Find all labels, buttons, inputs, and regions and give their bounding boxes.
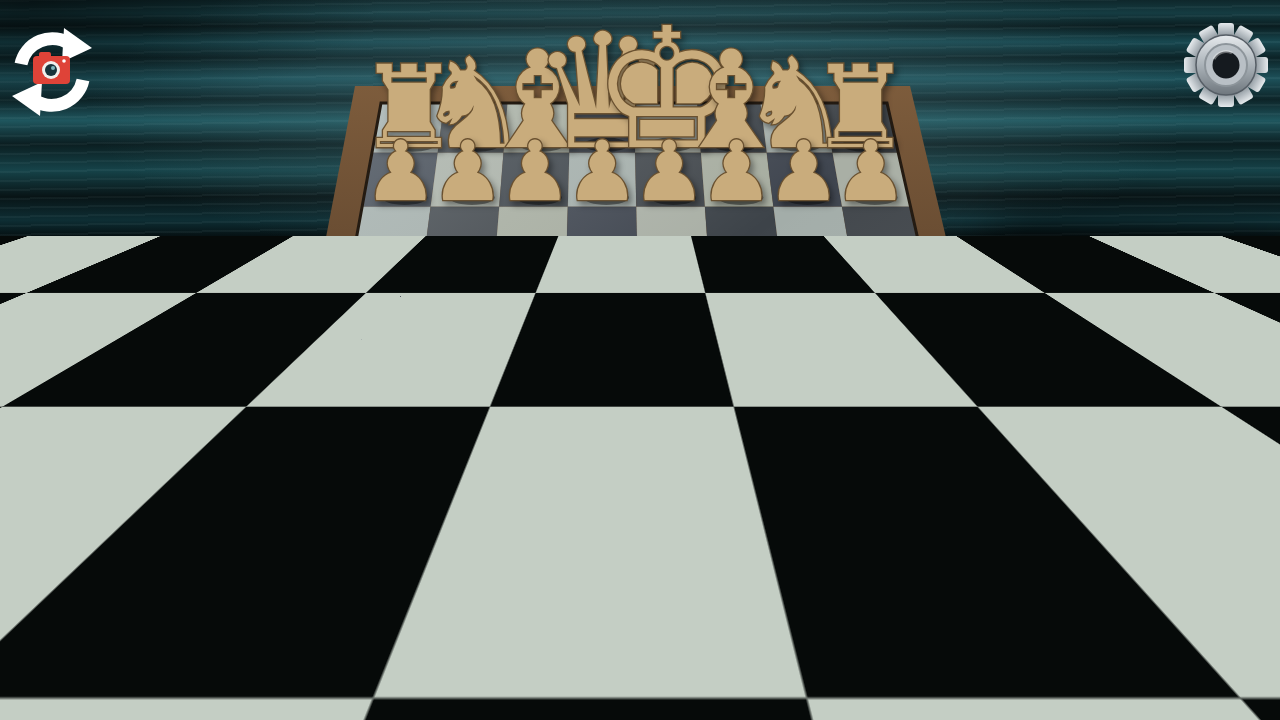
piece-black-pawn[interactable]: ♟ xyxy=(363,123,437,220)
settings-button[interactable] xyxy=(1183,22,1269,108)
piece-black-pawn[interactable]: ♟ xyxy=(431,123,505,220)
piece-white-bishop[interactable]: ♝ xyxy=(469,513,558,628)
piece-black-pawn[interactable]: ♟ xyxy=(498,123,572,220)
piece-black-pawn[interactable]: ♟ xyxy=(565,123,639,220)
piece-white-rook[interactable]: ♜ xyxy=(300,527,375,625)
piece-white-knight[interactable]: ♞ xyxy=(385,521,467,626)
board-frame-front xyxy=(247,650,1044,695)
piece-white-bishop[interactable]: ♝ xyxy=(732,513,821,628)
piece-black-pawn[interactable]: ♟ xyxy=(632,123,706,220)
piece-black-pawn[interactable]: ♟ xyxy=(766,123,840,220)
piece-white-knight[interactable]: ♞ xyxy=(823,521,905,626)
chess-game-scene: ♜♞♝♛♚♝♞♜♟♟♟♟♟♟♟♟♟♟♟♟♟♟♟♟♜♞♝♛♚♝♞♜ xyxy=(0,0,1280,720)
piece-white-king[interactable]: ♚ xyxy=(634,492,743,634)
rotate-camera-icon xyxy=(6,26,98,118)
rotate-camera-button[interactable] xyxy=(6,26,98,118)
game-clock: 04:46 xyxy=(2,640,226,720)
settings-gear-icon xyxy=(1183,22,1269,108)
piece-black-pawn[interactable]: ♟ xyxy=(833,123,907,220)
chess-board[interactable]: ♜♞♝♛♚♝♞♜♟♟♟♟♟♟♟♟♟♟♟♟♟♟♟♟♜♞♝♛♚♝♞♜ xyxy=(0,0,1280,720)
piece-white-rook[interactable]: ♜ xyxy=(913,527,988,625)
piece-black-pawn[interactable]: ♟ xyxy=(699,123,773,220)
